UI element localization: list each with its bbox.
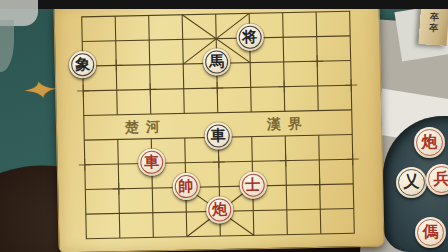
box-piece-glyph: 卒 [430, 12, 440, 22]
piece-glyph: 炮 [212, 203, 227, 218]
board-grid-area[interactable]: 楚河 漢界 将象馬車車帥士炮 [82, 11, 355, 239]
river-text-left: 楚河 [124, 118, 167, 135]
piece-glyph: 車 [211, 129, 226, 144]
piece-glyph: 帥 [178, 179, 193, 194]
piece-glyph: 象 [75, 57, 90, 72]
box-piece-glyph: 卒 [429, 23, 439, 33]
piece-glyph: 士 [245, 177, 260, 192]
piece-glyph: 馬 [209, 55, 224, 70]
piece-glyph: 炮 [422, 132, 438, 153]
piece-glyph: 兵 [434, 169, 448, 190]
piece-glyph: 車 [144, 155, 159, 170]
xiangqi-board: 楚河 漢界 将象馬車車帥士炮 [53, 0, 384, 252]
captured-piece-傌: 傌 [415, 217, 446, 248]
river-text-right: 漢界 [266, 115, 309, 132]
piece-glyph: 傌 [423, 222, 439, 243]
piece-glyph: 将 [242, 29, 257, 44]
background-top-strip [0, 0, 448, 9]
piece-glyph: 乂 [404, 172, 420, 193]
blurred-object [0, 20, 14, 72]
xiangqi-scene: ✦ 炮乂兵傌 卒卒 [0, 0, 448, 252]
captured-piece-炮: 炮 [414, 127, 445, 158]
captured-piece-乂: 乂 [396, 167, 427, 198]
